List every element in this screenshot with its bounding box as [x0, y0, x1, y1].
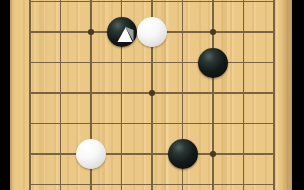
board-point[interactable]: [167, 78, 198, 109]
white-stone[interactable]: [137, 17, 167, 47]
board-point[interactable]: [45, 0, 76, 17]
board-point[interactable]: [76, 169, 107, 190]
board-point[interactable]: [106, 17, 137, 48]
board-point[interactable]: [228, 17, 259, 48]
board-point[interactable]: [15, 78, 46, 109]
board-point[interactable]: [198, 47, 229, 78]
board-point[interactable]: [137, 108, 168, 139]
board-point[interactable]: [228, 139, 259, 170]
board-point[interactable]: [167, 0, 198, 17]
black-stone[interactable]: [107, 17, 137, 47]
board-point[interactable]: [137, 17, 168, 48]
white-stone[interactable]: [76, 139, 106, 169]
board-point[interactable]: [76, 139, 107, 170]
board-point[interactable]: [228, 108, 259, 139]
board-point[interactable]: [76, 108, 107, 139]
board-point[interactable]: [259, 169, 290, 190]
board-point[interactable]: [45, 17, 76, 48]
board-point[interactable]: [15, 47, 46, 78]
board-point[interactable]: [45, 47, 76, 78]
letterbox-right: [292, 0, 304, 190]
board-point[interactable]: [106, 0, 137, 17]
board-point[interactable]: [15, 139, 46, 170]
board-point[interactable]: [167, 139, 198, 170]
board-point[interactable]: [228, 78, 259, 109]
board-point[interactable]: [259, 108, 290, 139]
board-point[interactable]: [45, 139, 76, 170]
board-point[interactable]: [167, 108, 198, 139]
board-point[interactable]: [167, 169, 198, 190]
board-point[interactable]: [259, 139, 290, 170]
board-point[interactable]: [76, 0, 107, 17]
board-point[interactable]: [228, 0, 259, 17]
board-point[interactable]: [259, 47, 290, 78]
board-point[interactable]: [167, 47, 198, 78]
board-point[interactable]: [137, 139, 168, 170]
board-point[interactable]: [137, 78, 168, 109]
board-point[interactable]: [198, 78, 229, 109]
black-stone[interactable]: [198, 48, 228, 78]
board-point[interactable]: [106, 139, 137, 170]
screenshot: [0, 0, 304, 190]
black-stone[interactable]: [168, 139, 198, 169]
board-point[interactable]: [198, 0, 229, 17]
board-point[interactable]: [198, 169, 229, 190]
letterbox-left: [0, 0, 10, 190]
board-point[interactable]: [106, 78, 137, 109]
board-point[interactable]: [15, 17, 46, 48]
go-board: [10, 0, 292, 190]
board-point[interactable]: [106, 108, 137, 139]
board-point[interactable]: [228, 169, 259, 190]
board-point[interactable]: [259, 17, 290, 48]
board-point[interactable]: [106, 169, 137, 190]
board-point[interactable]: [137, 47, 168, 78]
board-point[interactable]: [45, 169, 76, 190]
board-point[interactable]: [198, 108, 229, 139]
board-point[interactable]: [15, 169, 46, 190]
board-point[interactable]: [15, 0, 46, 17]
board-point[interactable]: [228, 47, 259, 78]
board-point[interactable]: [76, 17, 107, 48]
board-point[interactable]: [198, 17, 229, 48]
board-point[interactable]: [259, 78, 290, 109]
board-point[interactable]: [45, 108, 76, 139]
board-point[interactable]: [106, 47, 137, 78]
board-point[interactable]: [137, 169, 168, 190]
board-point[interactable]: [259, 0, 290, 17]
board-point[interactable]: [137, 0, 168, 17]
board-point[interactable]: [167, 17, 198, 48]
last-move-triangle-icon: [107, 17, 137, 47]
board-point[interactable]: [15, 108, 46, 139]
board-grid: [15, 0, 290, 190]
board-point[interactable]: [45, 78, 76, 109]
board-point[interactable]: [76, 47, 107, 78]
board-point[interactable]: [76, 78, 107, 109]
board-point[interactable]: [198, 139, 229, 170]
